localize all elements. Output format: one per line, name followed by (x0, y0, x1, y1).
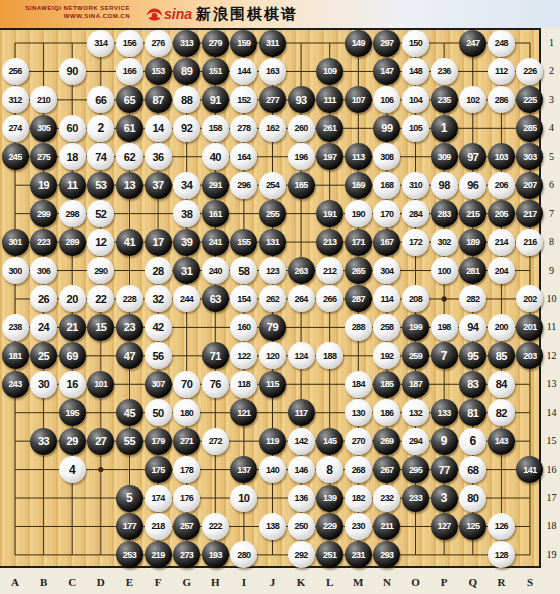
stone-black-283-P7: 283 (431, 200, 458, 227)
stone-black-117-K14: 117 (288, 399, 315, 426)
stone-white-310-O6: 310 (402, 172, 429, 199)
stone-white-312-A3: 312 (2, 86, 29, 113)
stone-white-50-F14: 50 (145, 399, 172, 426)
star-point-D16 (98, 467, 103, 472)
stone-black-225-S3: 225 (516, 86, 543, 113)
stone-white-230-M18: 230 (345, 513, 372, 540)
stone-white-238-A11: 238 (2, 314, 29, 341)
stone-black-213-L8: 213 (316, 229, 343, 256)
row-label-15: 15 (543, 435, 560, 446)
stone-white-202-S10: 202 (516, 285, 543, 312)
stone-black-131-J8: 131 (259, 229, 286, 256)
stone-black-195-C14: 195 (59, 399, 86, 426)
stone-black-41-E8: 41 (116, 229, 143, 256)
row-label-14: 14 (543, 407, 560, 418)
stone-black-265-M9: 265 (345, 257, 372, 284)
stone-black-187-O13: 187 (402, 371, 429, 398)
stone-black-21-C11: 21 (59, 314, 86, 341)
stone-white-12-D8: 12 (87, 229, 114, 256)
stone-white-10-I17: 10 (230, 485, 257, 512)
stone-black-109-L2: 109 (316, 58, 343, 85)
stone-white-176-G17: 176 (173, 485, 200, 512)
stone-white-272-H15: 272 (202, 428, 229, 455)
stone-white-36-F5: 36 (145, 143, 172, 170)
stone-black-261-L4: 261 (316, 115, 343, 142)
stone-black-305-B4: 305 (30, 115, 57, 142)
stone-black-3-P17: 3 (431, 485, 458, 512)
stone-white-264-K10: 264 (288, 285, 315, 312)
stone-white-248-R1: 248 (488, 30, 515, 57)
stone-black-45-E14: 45 (116, 399, 143, 426)
stone-black-307-F13: 307 (145, 371, 172, 398)
stone-white-268-M16: 268 (345, 456, 372, 483)
stone-black-263-K9: 263 (288, 257, 315, 284)
stone-black-161-H7: 161 (202, 200, 229, 227)
row-label-4: 4 (543, 122, 560, 133)
stone-white-136-K17: 136 (288, 485, 315, 512)
stone-white-256-A2: 256 (2, 58, 29, 85)
stone-white-200-R11: 200 (488, 314, 515, 341)
stone-black-181-A12: 181 (2, 342, 29, 369)
stone-black-139-L17: 139 (316, 485, 343, 512)
stone-white-140-J16: 140 (259, 456, 286, 483)
stone-black-83-Q13: 83 (459, 371, 486, 398)
stone-white-16-C13: 16 (59, 371, 86, 398)
stone-white-236-P2: 236 (431, 58, 458, 85)
stone-white-288-M11: 288 (345, 314, 372, 341)
stone-white-260-K4: 260 (288, 115, 315, 142)
stone-white-70-G13: 70 (173, 371, 200, 398)
stone-white-298-C7: 298 (59, 200, 86, 227)
stone-white-296-I6: 296 (230, 172, 257, 199)
stone-white-20-C10: 20 (59, 285, 86, 312)
stone-black-19-B6: 19 (30, 172, 57, 199)
stone-white-198-P11: 198 (431, 314, 458, 341)
stone-black-31-G9: 31 (173, 257, 200, 284)
stone-black-235-P3: 235 (431, 86, 458, 113)
stone-white-204-R9: 204 (488, 257, 515, 284)
stone-white-90-C2: 90 (59, 58, 86, 85)
col-label-P: P (436, 576, 452, 588)
col-label-M: M (350, 576, 366, 588)
stone-black-233-O17: 233 (402, 485, 429, 512)
stone-white-96-Q6: 96 (459, 172, 486, 199)
row-label-18: 18 (543, 520, 560, 531)
stone-black-149-M1: 149 (345, 30, 372, 57)
col-labels: ABCDEFGHIJKLMNOPQRS (0, 570, 560, 594)
stone-white-82-R14: 82 (488, 399, 515, 426)
stone-white-216-S8: 216 (516, 229, 543, 256)
stone-white-222-H18: 222 (202, 513, 229, 540)
stone-white-158-H4: 158 (202, 115, 229, 142)
stone-black-13-E6: 13 (116, 172, 143, 199)
stone-black-91-H3: 91 (202, 86, 229, 113)
stone-black-29-C15: 29 (59, 428, 86, 455)
stone-white-32-F10: 32 (145, 285, 172, 312)
stone-white-100-P9: 100 (431, 257, 458, 284)
stone-black-151-H2: 151 (202, 58, 229, 85)
stone-black-119-J15: 119 (259, 428, 286, 455)
stone-black-145-L15: 145 (316, 428, 343, 455)
stone-white-14-F4: 14 (145, 115, 172, 142)
kifu-page: SINAWEIQI NETWORK SERVICE WWW.SINA.COM.C… (0, 0, 560, 594)
stone-white-146-K16: 146 (288, 456, 315, 483)
stone-white-162-J4: 162 (259, 115, 286, 142)
stone-black-303-S5: 303 (516, 143, 543, 170)
stone-white-274-A4: 274 (2, 115, 29, 142)
stone-black-87-F3: 87 (145, 86, 172, 113)
stone-black-291-H6: 291 (202, 172, 229, 199)
stone-white-300-A9: 300 (2, 257, 29, 284)
row-label-5: 5 (543, 151, 560, 162)
stone-black-167-N8: 167 (373, 229, 400, 256)
stone-white-174-F17: 174 (145, 485, 172, 512)
stone-black-223-B8: 223 (30, 229, 57, 256)
stone-white-56-F12: 56 (145, 342, 172, 369)
stone-white-84-R13: 84 (488, 371, 515, 398)
stone-black-229-L18: 229 (316, 513, 343, 540)
board-area: 3141562763132791593111492971502472482569… (0, 28, 560, 594)
stone-black-61-E4: 61 (116, 115, 143, 142)
stone-white-112-R2: 112 (488, 58, 515, 85)
stone-white-250-K18: 250 (288, 513, 315, 540)
stone-black-113-M5: 113 (345, 143, 372, 170)
stone-black-217-S7: 217 (516, 200, 543, 227)
stone-black-23-E11: 23 (116, 314, 143, 341)
stone-black-77-P16: 77 (431, 456, 458, 483)
col-label-A: A (7, 576, 23, 588)
stone-black-159-I1: 159 (230, 30, 257, 57)
stone-black-55-E15: 55 (116, 428, 143, 455)
stone-white-105-O4: 105 (402, 115, 429, 142)
stone-white-172-O8: 172 (402, 229, 429, 256)
sina-eye-icon (146, 6, 163, 23)
stone-black-153-F2: 153 (145, 58, 172, 85)
row-label-13: 13 (543, 378, 560, 389)
stone-black-219-F19: 219 (145, 541, 172, 568)
col-label-I: I (236, 576, 252, 588)
stone-white-190-M7: 190 (345, 200, 372, 227)
star-point-P10 (442, 296, 447, 301)
stone-white-240-H9: 240 (202, 257, 229, 284)
stone-black-33-B15: 33 (30, 428, 57, 455)
stone-black-85-R12: 85 (488, 342, 515, 369)
stone-black-7-P12: 7 (431, 342, 458, 369)
stone-white-232-N17: 232 (373, 485, 400, 512)
row-label-19: 19 (543, 549, 560, 560)
stone-white-226-S2: 226 (516, 58, 543, 85)
stone-black-9-P15: 9 (431, 428, 458, 455)
row-label-3: 3 (543, 94, 560, 105)
stone-black-143-R15: 143 (488, 428, 515, 455)
stone-black-165-K6: 165 (288, 172, 315, 199)
stone-white-142-K15: 142 (288, 428, 315, 455)
sina-logo-text: sina (164, 6, 192, 22)
stone-white-4-C16: 4 (59, 456, 86, 483)
stone-black-177-E18: 177 (116, 513, 143, 540)
stone-white-182-M17: 182 (345, 485, 372, 512)
stone-black-69-C12: 69 (59, 342, 86, 369)
stone-white-284-O7: 284 (402, 200, 429, 227)
row-label-12: 12 (543, 350, 560, 361)
stone-black-37-F6: 37 (145, 172, 172, 199)
stone-white-196-K5: 196 (288, 143, 315, 170)
col-label-H: H (207, 576, 223, 588)
stone-white-292-K19: 292 (288, 541, 315, 568)
stone-white-150-O1: 150 (402, 30, 429, 57)
stone-black-185-N13: 185 (373, 371, 400, 398)
stone-white-34-G6: 34 (173, 172, 200, 199)
stone-white-206-R6: 206 (488, 172, 515, 199)
col-label-R: R (493, 576, 509, 588)
stone-black-155-I8: 155 (230, 229, 257, 256)
stone-black-171-M8: 171 (345, 229, 372, 256)
stone-white-2-D4: 2 (87, 115, 114, 142)
page-title: 新浪围棋棋谱 (196, 5, 298, 24)
stone-black-295-O16: 295 (402, 456, 429, 483)
stone-white-98-P6: 98 (431, 172, 458, 199)
stone-black-205-R7: 205 (488, 200, 515, 227)
row-labels: 12345678910111213141516171819 (543, 28, 560, 568)
stone-black-39-G8: 39 (173, 229, 200, 256)
stone-black-313-G1: 313 (173, 30, 200, 57)
stone-white-62-E5: 62 (116, 143, 143, 170)
stone-black-53-D6: 53 (87, 172, 114, 199)
stone-white-124-K12: 124 (288, 342, 315, 369)
goban: 3141562763132791593111492971502472482569… (0, 28, 541, 568)
col-label-D: D (93, 576, 109, 588)
stone-black-89-G2: 89 (173, 58, 200, 85)
stone-black-257-G18: 257 (173, 513, 200, 540)
stone-black-301-A8: 301 (2, 229, 29, 256)
stone-white-123-J9: 123 (259, 257, 286, 284)
stone-white-168-N6: 168 (373, 172, 400, 199)
stone-white-126-R18: 126 (488, 513, 515, 540)
stone-white-118-I13: 118 (230, 371, 257, 398)
stone-black-297-N1: 297 (373, 30, 400, 57)
stone-white-214-R8: 214 (488, 229, 515, 256)
stone-black-127-P18: 127 (431, 513, 458, 540)
stone-black-175-F16: 175 (145, 456, 172, 483)
col-label-F: F (150, 576, 166, 588)
col-label-N: N (379, 576, 395, 588)
col-label-B: B (36, 576, 52, 588)
stone-black-107-M3: 107 (345, 86, 372, 113)
row-label-8: 8 (543, 236, 560, 247)
col-label-G: G (179, 576, 195, 588)
stone-white-42-F11: 42 (145, 314, 172, 341)
stone-white-156-E1: 156 (116, 30, 143, 57)
stone-black-1-P4: 1 (431, 115, 458, 142)
row-label-17: 17 (543, 492, 560, 503)
stone-white-60-C4: 60 (59, 115, 86, 142)
stone-white-28-F9: 28 (145, 257, 172, 284)
stone-white-94-Q11: 94 (459, 314, 486, 341)
stone-black-207-S6: 207 (516, 172, 543, 199)
stone-white-218-F18: 218 (145, 513, 172, 540)
stone-black-71-H12: 71 (202, 342, 229, 369)
stone-black-141-S16: 141 (516, 456, 543, 483)
stone-black-289-C8: 289 (59, 229, 86, 256)
stone-black-243-A13: 243 (2, 371, 29, 398)
stone-black-79-J11: 79 (259, 314, 286, 341)
stone-black-309-P5: 309 (431, 143, 458, 170)
row-label-16: 16 (543, 464, 560, 475)
row-label-7: 7 (543, 208, 560, 219)
stone-black-203-S12: 203 (516, 342, 543, 369)
stone-white-80-Q17: 80 (459, 485, 486, 512)
stone-white-18-C5: 18 (59, 143, 86, 170)
row-label-2: 2 (543, 65, 560, 76)
stone-white-270-M15: 270 (345, 428, 372, 455)
row-label-11: 11 (543, 321, 560, 332)
stone-black-133-P14: 133 (431, 399, 458, 426)
header-small-line1: SINAWEIQI NETWORK SERVICE (2, 4, 130, 12)
stone-white-314-D1: 314 (87, 30, 114, 57)
col-label-S: S (522, 576, 538, 588)
stone-white-294-O15: 294 (402, 428, 429, 455)
stone-black-279-H1: 279 (202, 30, 229, 57)
col-label-E: E (121, 576, 137, 588)
stone-white-30-B13: 30 (30, 371, 57, 398)
stone-black-199-O11: 199 (402, 314, 429, 341)
stone-black-5-E17: 5 (116, 485, 143, 512)
stone-white-76-H13: 76 (202, 371, 229, 398)
stone-black-101-D13: 101 (87, 371, 114, 398)
stone-white-130-M14: 130 (345, 399, 372, 426)
stone-white-40-H5: 40 (202, 143, 229, 170)
row-label-9: 9 (543, 265, 560, 276)
page-header: SINAWEIQI NETWORK SERVICE WWW.SINA.COM.C… (0, 0, 560, 28)
stone-white-254-J6: 254 (259, 172, 286, 199)
col-label-O: O (408, 576, 424, 588)
stone-black-193-H19: 193 (202, 541, 229, 568)
stone-black-115-J13: 115 (259, 371, 286, 398)
stone-white-276-F1: 276 (145, 30, 172, 57)
stone-black-189-Q8: 189 (459, 229, 486, 256)
header-small-text: SINAWEIQI NETWORK SERVICE WWW.SINA.COM.C… (2, 4, 130, 20)
col-label-C: C (64, 576, 80, 588)
col-label-K: K (293, 576, 309, 588)
stone-white-302-P8: 302 (431, 229, 458, 256)
stone-black-311-J1: 311 (259, 30, 286, 57)
stone-black-201-S11: 201 (516, 314, 543, 341)
sina-logo[interactable]: sina (146, 3, 192, 25)
row-label-1: 1 (543, 37, 560, 48)
stone-black-93-K3: 93 (288, 86, 315, 113)
stone-white-306-B9: 306 (30, 257, 57, 284)
stone-black-271-G15: 271 (173, 428, 200, 455)
stone-black-179-F15: 179 (145, 428, 172, 455)
stone-black-255-J7: 255 (259, 200, 286, 227)
stone-white-184-M13: 184 (345, 371, 372, 398)
col-label-Q: Q (465, 576, 481, 588)
stone-black-169-M6: 169 (345, 172, 372, 199)
stone-black-103-R5: 103 (488, 143, 515, 170)
stone-black-11-C6: 11 (59, 172, 86, 199)
col-label-L: L (322, 576, 338, 588)
stone-white-92-G4: 92 (173, 115, 200, 142)
stone-white-6-Q15: 6 (459, 428, 486, 455)
stone-white-148-O2: 148 (402, 58, 429, 85)
stone-white-138-J18: 138 (259, 513, 286, 540)
stone-black-27-D15: 27 (87, 428, 114, 455)
stone-black-247-Q1: 247 (459, 30, 486, 57)
stone-white-24-B11: 24 (30, 314, 57, 341)
row-label-6: 6 (543, 179, 560, 190)
col-label-J: J (264, 576, 280, 588)
stone-black-285-S4: 285 (516, 115, 543, 142)
stone-black-17-F8: 17 (145, 229, 172, 256)
row-label-10: 10 (543, 293, 560, 304)
stone-white-163-J2: 163 (259, 58, 286, 85)
stone-black-269-N15: 269 (373, 428, 400, 455)
header-small-line2: WWW.SINA.COM.CN (2, 12, 130, 20)
stone-white-278-I4: 278 (230, 115, 257, 142)
stone-black-245-A5: 245 (2, 143, 29, 170)
stone-black-241-H8: 241 (202, 229, 229, 256)
stone-white-166-E2: 166 (116, 58, 143, 85)
